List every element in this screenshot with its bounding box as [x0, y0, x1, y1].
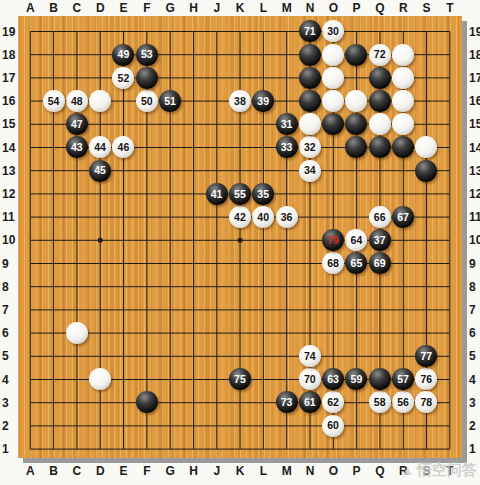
stone-black-33: 33	[276, 136, 298, 158]
coord-label-6-l: 6	[2, 326, 24, 340]
coord-label-4-l: 4	[2, 373, 24, 387]
coord-label-O-t: O	[324, 1, 342, 15]
move-number: 45	[94, 165, 106, 176]
watermark: ▲ 悟空问答	[401, 461, 477, 480]
coord-label-3-r: 3	[469, 396, 480, 410]
stone-white-O18	[322, 44, 344, 66]
coord-label-13-l: 13	[2, 164, 24, 178]
move-number: 60	[327, 420, 339, 431]
stone-black-Q4	[369, 368, 391, 390]
move-number: 46	[118, 142, 130, 153]
move-number: 65	[351, 258, 363, 269]
coord-label-15-l: 15	[2, 117, 24, 131]
stone-white-52: 52	[112, 67, 134, 89]
move-number: 72	[374, 49, 386, 60]
move-number: 51	[164, 96, 176, 107]
coord-label-2-l: 2	[2, 419, 24, 433]
coord-label-8-r: 8	[469, 280, 480, 294]
move-number: 54	[48, 96, 60, 107]
stone-white-36: 36	[276, 206, 298, 228]
coord-label-16-l: 16	[2, 94, 24, 108]
stone-black-N16	[299, 90, 321, 112]
move-number: 42	[234, 212, 246, 223]
coord-label-8-l: 8	[2, 280, 24, 294]
coord-label-G-t: G	[161, 1, 179, 15]
mountain-logo-icon: ▲	[401, 463, 414, 478]
stone-black-Q14	[369, 136, 391, 158]
move-number: 36	[281, 212, 293, 223]
coord-label-9-r: 9	[469, 257, 480, 271]
move-number: 71	[304, 26, 316, 37]
coord-label-E-b: E	[115, 464, 133, 478]
coord-label-11-r: 11	[469, 210, 480, 224]
move-number: 68	[327, 258, 339, 269]
stone-black-71: 71	[299, 20, 321, 42]
move-number: 78	[420, 397, 432, 408]
stone-white-50: 50	[136, 90, 158, 112]
move-number: 66	[374, 212, 386, 223]
stone-white-O16	[322, 90, 344, 112]
move-number: 73	[281, 397, 293, 408]
move-number: 37	[374, 235, 386, 246]
stone-black-39: 39	[252, 90, 274, 112]
coord-label-D-t: D	[91, 1, 109, 15]
stone-white-56: 56	[392, 391, 414, 413]
coord-label-N-b: N	[301, 464, 319, 478]
coord-label-P-t: P	[348, 1, 366, 15]
stone-white-C6	[66, 322, 88, 344]
move-number: 76	[420, 374, 432, 385]
move-number: 39	[257, 96, 269, 107]
coord-label-M-b: M	[278, 464, 296, 478]
stone-white-58: 58	[369, 391, 391, 413]
coord-label-G-b: G	[161, 464, 179, 478]
stone-white-38: 38	[229, 90, 251, 112]
stone-white-R17	[392, 67, 414, 89]
coord-label-14-r: 14	[469, 141, 480, 155]
stone-black-F3	[136, 391, 158, 413]
coord-label-3-l: 3	[2, 396, 24, 410]
stone-white-D16	[89, 90, 111, 112]
stone-white-78: 78	[415, 391, 437, 413]
stone-white-R15	[392, 113, 414, 135]
stone-black-57: 57	[392, 368, 414, 390]
coord-label-F-b: F	[138, 464, 156, 478]
stone-white-70: 70	[299, 368, 321, 390]
coord-label-17-l: 17	[2, 71, 24, 85]
move-number: 70	[304, 374, 316, 385]
stone-white-60: 60	[322, 415, 344, 437]
stone-black-69: 69	[369, 252, 391, 274]
move-number: 38	[234, 96, 246, 107]
stone-white-R16	[392, 90, 414, 112]
stone-black-N17	[299, 67, 321, 89]
coord-label-19-r: 19	[469, 25, 480, 39]
stone-white-30: 30	[322, 20, 344, 42]
move-number: 32	[304, 142, 316, 153]
stone-white-R18	[392, 44, 414, 66]
move-number: 47	[71, 119, 83, 130]
go-diagram-page: 3031323334353637383940414243444546474849…	[0, 0, 480, 485]
stone-white-62: 62	[322, 391, 344, 413]
coord-label-R-t: R	[394, 1, 412, 15]
coord-label-J-b: J	[208, 464, 226, 478]
move-number: 63	[327, 374, 339, 385]
coord-label-15-r: 15	[469, 117, 480, 131]
coord-label-13-r: 13	[469, 164, 480, 178]
coord-label-N-t: N	[301, 1, 319, 15]
move-number: 40	[257, 212, 269, 223]
move-number: 53	[141, 49, 153, 60]
stone-white-32: 32	[299, 136, 321, 158]
stone-white-34: 34	[299, 160, 321, 182]
stone-white-P16	[345, 90, 367, 112]
move-number: 57	[397, 374, 409, 385]
coord-label-17-r: 17	[469, 71, 480, 85]
stone-black-43: 43	[66, 136, 88, 158]
stone-white-44: 44	[89, 136, 111, 158]
stone-black-51: 51	[159, 90, 181, 112]
coord-label-19-l: 19	[2, 25, 24, 39]
coord-label-14-l: 14	[2, 141, 24, 155]
stone-black-37: 37	[369, 229, 391, 251]
coord-label-1-l: 1	[2, 442, 24, 456]
coord-label-18-l: 18	[2, 48, 24, 62]
stone-black-67: 67	[392, 206, 414, 228]
coord-label-1-r: 1	[469, 442, 480, 456]
move-number: 31	[281, 119, 293, 130]
move-number: 52	[118, 73, 130, 84]
coord-label-A-t: A	[21, 1, 39, 15]
coord-label-2-r: 2	[469, 419, 480, 433]
coord-label-T-t: T	[441, 1, 459, 15]
coord-label-11-l: 11	[2, 210, 24, 224]
move-number: 35	[257, 189, 269, 200]
coord-label-7-r: 7	[469, 303, 480, 317]
stone-white-D4	[89, 368, 111, 390]
coord-label-A-b: A	[21, 464, 39, 478]
coord-label-12-r: 12	[469, 187, 480, 201]
coord-label-M-t: M	[278, 1, 296, 15]
coord-label-L-t: L	[254, 1, 272, 15]
move-number: 62	[327, 397, 339, 408]
stone-black-65: 65	[345, 252, 367, 274]
coord-label-B-b: B	[45, 464, 63, 478]
stone-white-76: 76	[415, 368, 437, 390]
coord-label-B-t: B	[45, 1, 63, 15]
move-number: 41	[211, 189, 223, 200]
stone-black-R14	[392, 136, 414, 158]
stone-white-N15	[299, 113, 321, 135]
stone-black-P15	[345, 113, 367, 135]
coord-label-F-t: F	[138, 1, 156, 15]
stone-white-S14	[415, 136, 437, 158]
stone-white-42: 42	[229, 206, 251, 228]
watermark-text: 悟空问答	[417, 461, 477, 480]
coord-label-16-r: 16	[469, 94, 480, 108]
coord-label-Q-t: Q	[371, 1, 389, 15]
stone-white-Q15	[369, 113, 391, 135]
move-number: 61	[304, 397, 316, 408]
stone-black-Q17	[369, 67, 391, 89]
stone-black-F17	[136, 67, 158, 89]
move-number: 55	[234, 189, 246, 200]
move-number: 44	[94, 142, 106, 153]
stone-black-73: 73	[276, 391, 298, 413]
stone-black-63: 63	[322, 368, 344, 390]
stone-white-54: 54	[43, 90, 65, 112]
move-number: 34	[304, 165, 316, 176]
coord-label-O-b: O	[324, 464, 342, 478]
stone-white-66: 66	[369, 206, 391, 228]
move-number: 30	[327, 26, 339, 37]
stone-black-47: 47	[66, 113, 88, 135]
stone-white-48: 48	[66, 90, 88, 112]
move-number: 49	[118, 49, 130, 60]
move-number: 79	[327, 235, 339, 246]
coord-label-E-t: E	[115, 1, 133, 15]
stone-black-55: 55	[229, 183, 251, 205]
stone-white-O17	[322, 67, 344, 89]
stone-black-49: 49	[112, 44, 134, 66]
stone-black-61: 61	[299, 391, 321, 413]
coord-label-5-l: 5	[2, 349, 24, 363]
coord-label-P-b: P	[348, 464, 366, 478]
move-number: 56	[397, 397, 409, 408]
move-number: 59	[351, 374, 363, 385]
coord-label-D-b: D	[91, 464, 109, 478]
stone-black-59: 59	[345, 368, 367, 390]
coord-label-10-l: 10	[2, 233, 24, 247]
stone-white-40: 40	[252, 206, 274, 228]
coord-label-S-t: S	[418, 1, 436, 15]
move-number: 50	[141, 96, 153, 107]
move-number: 58	[374, 397, 386, 408]
coord-label-4-r: 4	[469, 373, 480, 387]
move-number: 43	[71, 142, 83, 153]
coord-label-18-r: 18	[469, 48, 480, 62]
stone-black-Q16	[369, 90, 391, 112]
stone-white-64: 64	[345, 229, 367, 251]
coord-label-C-b: C	[68, 464, 86, 478]
coord-label-9-l: 9	[2, 257, 24, 271]
move-number: 67	[397, 212, 409, 223]
stone-black-53: 53	[136, 44, 158, 66]
coord-label-Q-b: Q	[371, 464, 389, 478]
coord-label-H-b: H	[184, 464, 202, 478]
coord-label-L-b: L	[254, 464, 272, 478]
stone-white-74: 74	[299, 345, 321, 367]
stone-white-46: 46	[112, 136, 134, 158]
move-number: 64	[351, 235, 363, 246]
stone-black-N18	[299, 44, 321, 66]
coord-label-7-l: 7	[2, 303, 24, 317]
move-number: 74	[304, 351, 316, 362]
coord-label-J-t: J	[208, 1, 226, 15]
stone-black-31: 31	[276, 113, 298, 135]
move-number: 75	[234, 374, 246, 385]
stone-black-S13	[415, 160, 437, 182]
coord-label-12-l: 12	[2, 187, 24, 201]
coord-label-5-r: 5	[469, 349, 480, 363]
stone-black-41: 41	[206, 183, 228, 205]
stone-black-O15	[322, 113, 344, 135]
coord-label-C-t: C	[68, 1, 86, 15]
stone-black-P18	[345, 44, 367, 66]
coord-label-10-r: 10	[469, 233, 480, 247]
board-intersections: 3031323334353637383940414243444546474849…	[19, 20, 462, 461]
stone-white-68: 68	[322, 252, 344, 274]
stone-white-72: 72	[369, 44, 391, 66]
stone-black-77: 77	[415, 345, 437, 367]
coord-label-K-t: K	[231, 1, 249, 15]
move-number: 48	[71, 96, 83, 107]
stone-black-79: 79	[322, 229, 344, 251]
stone-black-35: 35	[252, 183, 274, 205]
coord-label-6-r: 6	[469, 326, 480, 340]
stone-black-75: 75	[229, 368, 251, 390]
move-number: 77	[420, 351, 432, 362]
coord-label-K-b: K	[231, 464, 249, 478]
move-number: 33	[281, 142, 293, 153]
stone-black-45: 45	[89, 160, 111, 182]
stone-black-P14	[345, 136, 367, 158]
move-number: 69	[374, 258, 386, 269]
coord-label-H-t: H	[184, 1, 202, 15]
